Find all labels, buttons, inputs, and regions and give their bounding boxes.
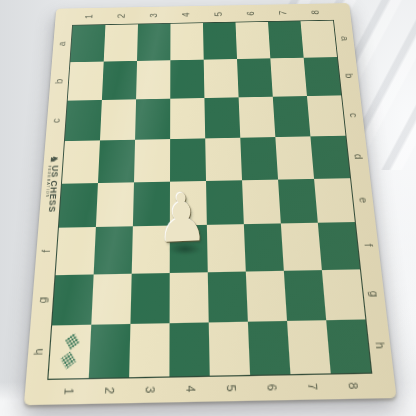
square-c7 — [273, 96, 311, 137]
checkered-diamonds-mark — [55, 332, 84, 372]
square-e8 — [314, 178, 355, 223]
square-d4 — [170, 138, 206, 181]
square-g5 — [208, 272, 248, 323]
square-c5 — [204, 97, 240, 138]
square-c3 — [135, 98, 170, 139]
square-c8 — [307, 95, 346, 136]
square-a7 — [268, 21, 304, 58]
square-a8 — [301, 21, 337, 58]
chess-board-mat: 12345678 12345678 abcfgh abcdefgh ♞ US C… — [24, 3, 397, 405]
square-a2 — [104, 24, 138, 61]
square-b6 — [237, 58, 273, 97]
square-c6 — [239, 96, 276, 137]
square-e1 — [59, 183, 98, 229]
square-a5 — [203, 22, 237, 59]
square-d1 — [62, 140, 100, 183]
square-d2 — [98, 139, 135, 182]
board-grid — [48, 21, 371, 379]
square-d5 — [205, 137, 242, 180]
square-a3 — [137, 24, 170, 61]
square-h5 — [209, 322, 250, 376]
square-a1 — [70, 25, 105, 62]
square-a4 — [170, 23, 203, 60]
square-e7 — [278, 178, 318, 223]
square-g8 — [322, 270, 365, 321]
square-f2 — [94, 227, 133, 275]
square-b8 — [304, 57, 341, 96]
square-h6 — [248, 321, 291, 375]
square-c2 — [100, 99, 136, 140]
square-g1 — [52, 275, 94, 326]
square-g4 — [170, 273, 209, 324]
square-b7 — [270, 58, 307, 97]
square-f6 — [244, 224, 284, 272]
white-pawn-f4: ♟ — [154, 187, 210, 254]
knight-icon: ♞ — [49, 155, 59, 164]
square-d3 — [134, 139, 170, 182]
square-a6 — [236, 22, 271, 59]
square-g3 — [130, 273, 169, 324]
square-g6 — [246, 271, 287, 322]
square-b4 — [170, 60, 204, 99]
square-f5 — [207, 225, 246, 273]
square-d7 — [275, 136, 314, 179]
square-h1 — [48, 325, 91, 379]
square-f8 — [318, 222, 360, 270]
square-h7 — [287, 320, 331, 374]
square-g2 — [91, 274, 131, 325]
square-b2 — [102, 61, 137, 100]
square-b3 — [136, 60, 170, 99]
square-e2 — [96, 182, 134, 228]
square-c1 — [65, 100, 102, 141]
square-g7 — [284, 270, 326, 321]
square-d8 — [310, 135, 350, 178]
square-h3 — [129, 323, 169, 377]
square-f1 — [56, 227, 96, 275]
square-e6 — [242, 179, 281, 224]
square-b5 — [204, 59, 239, 98]
square-h2 — [89, 324, 131, 378]
square-h8 — [326, 320, 371, 374]
square-d6 — [240, 137, 278, 180]
square-e5 — [206, 180, 244, 225]
square-c4 — [170, 98, 205, 139]
square-h4 — [169, 323, 209, 377]
square-f7 — [281, 223, 322, 271]
square-b1 — [68, 61, 104, 100]
